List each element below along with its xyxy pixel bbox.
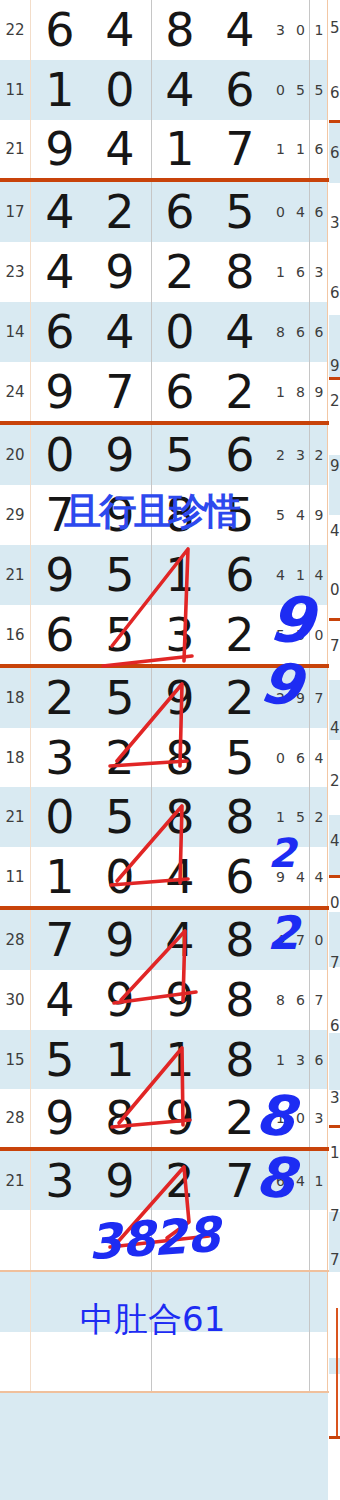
sliver-separator [329,618,340,621]
stat-digit: 5 [310,82,328,98]
draw-digit: 5 [90,552,150,598]
draw-digit: 2 [90,189,150,235]
draw-digit: 8 [150,735,210,781]
draw-digit: 9 [150,675,210,721]
row-sum: 18 [0,749,30,767]
draw-digit: 9 [30,552,90,598]
stat-digit: 0 [270,204,291,220]
sliver-digit: 2 [330,394,340,409]
draw-digit: 1 [30,854,90,900]
draw-digit: 9 [150,1095,210,1141]
stat-digit: 6 [310,324,328,340]
sliver-digit: 3 [330,1091,340,1106]
stat-digit: 2 [270,447,291,463]
sliver-digit: 0 [330,583,340,598]
draw-digit: 1 [90,1037,150,1083]
row-sum: 28 [0,931,30,949]
draw-digit: 4 [150,917,210,963]
stat-digit: 5 [291,809,310,825]
row-sum: 28 [0,1109,30,1127]
draw-digit: 5 [30,1037,90,1083]
row-sum: 29 [0,506,30,524]
draw-digit: 8 [150,7,210,53]
grid-vline [30,0,31,1391]
stat-digit: 3 [270,22,291,38]
draw-digit: 1 [150,1037,210,1083]
stat-digit: 4 [291,507,310,523]
draw-digit: 6 [210,854,270,900]
sliver-digit: 7 [330,1209,340,1224]
draw-digit: 3 [30,1158,90,1204]
draw-digit: 8 [210,794,270,840]
stat-digit: 4 [310,750,328,766]
draw-digit: 2 [210,369,270,415]
next-panel-sliver: 566369294074240763177 [329,0,340,1500]
sliver-vline [336,1308,338,1436]
row-sum: 21 [0,140,30,158]
draw-digit: 8 [210,1037,270,1083]
draw-digit: 6 [150,369,210,415]
draw-digit: 6 [210,552,270,598]
sliver-digit: 9 [330,459,340,474]
row-sum: 21 [0,1172,30,1190]
stat-digit: 6 [291,992,310,1008]
draw-digit: 2 [150,1158,210,1204]
sliver-digit: 9 [330,359,340,374]
draw-digit: 9 [30,1095,90,1141]
draw-digit: 0 [150,309,210,355]
draw-digit: 6 [210,432,270,478]
draw-digit: 7 [30,917,90,963]
draw-digit: 4 [150,67,210,113]
draw-digit: 8 [210,977,270,1023]
stat-digit: 5 [270,507,291,523]
draw-digit: 5 [90,675,150,721]
sliver-digit: 6 [330,286,340,301]
stat-digit: 0 [310,932,328,948]
row-sum: 21 [0,566,30,584]
sliver-digit: 7 [330,639,340,654]
row-sum: 14 [0,323,30,341]
sliver-row-bg [329,1358,340,1374]
sliver-digit: 6 [330,86,340,101]
grid-vline [151,0,152,1391]
sliver-digit: 1 [330,1146,340,1161]
stat-digit: 8 [291,384,310,400]
row-sum: 17 [0,203,30,221]
row-sum: 16 [0,626,30,644]
stat-digit: 6 [310,1052,328,1068]
stat-digit: 2 [310,809,328,825]
draw-digit: 4 [30,249,90,295]
draw-digit: 7 [210,126,270,172]
draw-digit: 5 [210,735,270,781]
stat-digit: 8 [270,324,291,340]
draw-row: 219417116 [0,120,328,178]
row-sum: 22 [0,21,30,39]
draw-digit: 9 [30,126,90,172]
sliver-digit: 4 [330,721,340,736]
stat-digit: 6 [291,264,310,280]
draw-row: 226484301 [0,0,328,60]
sliver-row-bg [329,1033,340,1090]
draw-digit: 6 [150,189,210,235]
stat-digit: 0 [270,750,291,766]
blue-ink-phrase: 且行且珍惜 [64,487,239,537]
draw-digit: 9 [90,977,150,1023]
stat-digit: 8 [270,992,291,1008]
stat-digit: 1 [270,809,291,825]
draw-digit: 2 [90,735,150,781]
blue-ink-number: 8 [253,1086,298,1146]
draw-digit: 4 [210,7,270,53]
blue-ink-number: 2 [268,833,296,873]
stat-digit: 7 [310,992,328,1008]
stat-digit: 1 [310,22,328,38]
row-sum: 20 [0,446,30,464]
stat-digit: 9 [310,384,328,400]
sliver-digit: 0 [330,896,340,911]
section-separator [0,1391,329,1393]
bottom-band [0,1393,328,1500]
grid-vline [327,0,328,1391]
draw-row: 111046055 [0,60,328,120]
draw-digit: 9 [150,977,210,1023]
stat-digit: 6 [291,750,310,766]
grid-vline [309,0,310,1391]
stat-digit: 0 [291,22,310,38]
draw-digit: 3 [150,612,210,658]
draw-row: 146404866 [0,302,328,362]
group-separator [0,421,329,425]
draw-digit: 2 [210,612,270,658]
stat-digit: 4 [310,869,328,885]
stat-digit: 4 [291,204,310,220]
draw-digit: 4 [150,854,210,900]
draw-digit: 1 [150,126,210,172]
draw-row: 249762189 [0,362,328,421]
row-sum: 21 [0,808,30,826]
draw-digit: 8 [210,917,270,963]
stat-digit: 2 [310,447,328,463]
draw-digit: 8 [150,794,210,840]
draw-digit: 0 [90,67,150,113]
stat-digit: 1 [270,264,291,280]
blue-ink-number: 38 [86,1214,156,1267]
draw-row: 200956232 [0,425,328,485]
stat-digit: 6 [310,204,328,220]
row-sum: 11 [0,81,30,99]
row-sum: 11 [0,868,30,886]
draw-digit: 7 [90,369,150,415]
sliver-digit: 2 [330,774,340,789]
draw-digit: 1 [30,67,90,113]
sliver-separator [329,1125,340,1128]
draw-digit: 9 [30,369,90,415]
sliver-digit: 4 [330,524,340,539]
stat-digit: 3 [291,1052,310,1068]
section-separator [0,1270,329,1272]
stat-digit: 5 [291,82,310,98]
draw-digit: 6 [30,309,90,355]
draw-digit: 4 [30,189,90,235]
row-sum: 30 [0,991,30,1009]
sliver-digit: 6 [330,146,340,161]
stat-digit: 3 [310,1110,328,1126]
sliver-digit: 7 [330,956,340,971]
stat-digit: 1 [310,1173,328,1189]
draw-digit: 5 [150,432,210,478]
draw-digit: 6 [30,612,90,658]
draw-digit: 2 [150,249,210,295]
sliver-digit: 7 [330,1253,340,1268]
draw-digit: 4 [90,126,150,172]
blue-ink-number: 2 [267,910,299,956]
blue-ink-bottom-note: 中肚合61 [80,1297,225,1343]
sliver-separator [329,1436,340,1439]
draw-digit: 9 [90,1158,150,1204]
row-sum: 23 [0,263,30,281]
row-sum: 18 [0,689,30,707]
stat-digit: 1 [270,141,291,157]
stat-digit: 3 [310,264,328,280]
draw-digit: 9 [90,917,150,963]
draw-digit: 9 [90,249,150,295]
stat-digit: 1 [270,1052,291,1068]
draw-digit: 5 [90,794,150,840]
draw-row: 183285064 [0,728,328,787]
draw-row: 304998867 [0,970,328,1030]
stat-digit: 0 [270,82,291,98]
draw-row: 155118136 [0,1030,328,1089]
blue-ink-number: 9 [266,586,316,654]
draw-row: 234928163 [0,242,328,302]
lottery-trend-panel: 2264843011110460552194171161742650462349… [0,0,340,1500]
stat-digit: 6 [291,324,310,340]
draw-digit: 2 [30,675,90,721]
stat-digit: 1 [270,384,291,400]
blue-ink-number: 28 [151,1210,221,1263]
draw-digit: 6 [210,67,270,113]
draw-digit: 4 [90,7,150,53]
row-sum: 24 [0,383,30,401]
draw-digit: 6 [30,7,90,53]
stat-digit: 9 [310,507,328,523]
stat-digit: 3 [291,447,310,463]
sliver-separator [329,377,340,380]
draw-row: 174265046 [0,182,328,242]
stat-digit: 1 [291,567,310,583]
draw-digit: 0 [30,432,90,478]
draw-digit: 0 [30,794,90,840]
stat-digit: 4 [310,567,328,583]
draw-digit: 3 [30,735,90,781]
draw-digit: 4 [90,309,150,355]
sliver-separator [329,120,340,123]
sliver-digit: 6 [330,1019,340,1034]
blue-ink-number: 8 [253,1148,298,1208]
draw-digit: 4 [30,977,90,1023]
draw-digit: 1 [150,552,210,598]
draw-digit: 4 [210,309,270,355]
row-sum: 15 [0,1051,30,1069]
stat-digit: 1 [291,141,310,157]
draw-digit: 9 [90,432,150,478]
sliver-digit: 3 [330,216,340,231]
draw-digit: 0 [90,854,150,900]
stat-digit: 7 [310,690,328,706]
group-separator [0,178,329,182]
sliver-separator [329,875,340,878]
draw-digit: 8 [90,1095,150,1141]
sliver-digit: 5 [330,21,340,36]
draw-digit: 5 [210,189,270,235]
draw-digit: 5 [90,612,150,658]
draw-digit: 8 [210,249,270,295]
sliver-digit: 4 [330,834,340,849]
stat-digit: 6 [310,141,328,157]
